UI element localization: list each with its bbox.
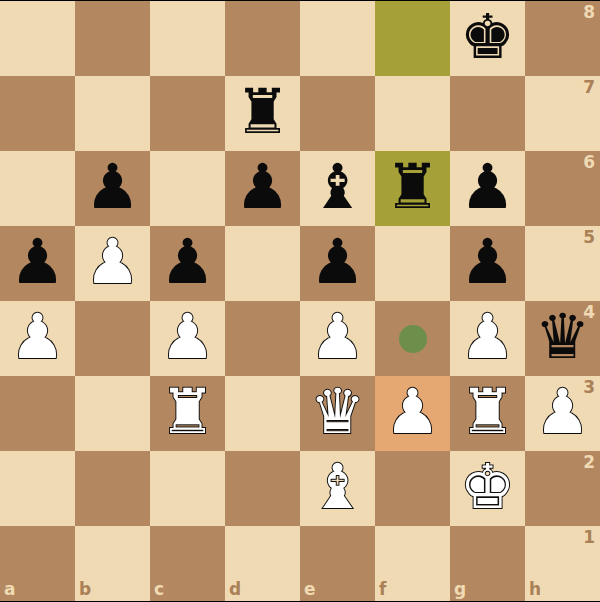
square-e1[interactable]: e <box>300 526 375 601</box>
piece-white-pawn[interactable]: ♟ <box>385 381 441 443</box>
square-e4[interactable]: ♟ <box>300 301 375 376</box>
piece-black-pawn[interactable]: ♟ <box>235 156 291 218</box>
square-c8[interactable] <box>150 1 225 76</box>
piece-white-pawn[interactable]: ♟ <box>460 306 516 368</box>
square-a3[interactable] <box>0 376 75 451</box>
piece-black-king[interactable]: ♚ <box>460 6 516 68</box>
square-h6[interactable]: 6 <box>525 151 600 226</box>
piece-black-rook[interactable]: ♜ <box>385 156 441 218</box>
square-a6[interactable] <box>0 151 75 226</box>
square-f8[interactable] <box>375 1 450 76</box>
file-label-f: f <box>379 581 386 598</box>
rank-label-1: 1 <box>583 529 595 546</box>
square-d8[interactable] <box>225 1 300 76</box>
square-g4[interactable]: ♟ <box>450 301 525 376</box>
rank-label-6: 6 <box>583 154 595 171</box>
rank-label-5: 5 <box>583 229 595 246</box>
piece-white-rook[interactable]: ♜ <box>460 381 516 443</box>
square-h5[interactable]: 5 <box>525 226 600 301</box>
piece-black-pawn[interactable]: ♟ <box>10 231 66 293</box>
square-e7[interactable] <box>300 76 375 151</box>
square-b7[interactable] <box>75 76 150 151</box>
square-b5[interactable]: ♟ <box>75 226 150 301</box>
square-f3[interactable]: ♟ <box>375 376 450 451</box>
file-label-d: d <box>229 581 241 598</box>
square-g5[interactable]: ♟ <box>450 226 525 301</box>
piece-white-pawn[interactable]: ♟ <box>85 231 141 293</box>
chess-board: ♚8♜7♟♟♝♜♟6♟♟♟♟♟5♟♟♟♟♛4♜♛♟♜♟3♝♚2abcdefgh1 <box>0 1 600 601</box>
piece-black-pawn[interactable]: ♟ <box>160 231 216 293</box>
piece-black-rook[interactable]: ♜ <box>235 81 291 143</box>
piece-white-pawn[interactable]: ♟ <box>535 381 591 443</box>
square-e8[interactable] <box>300 1 375 76</box>
piece-white-queen[interactable]: ♛ <box>310 381 366 443</box>
square-h4[interactable]: ♛4 <box>525 301 600 376</box>
square-g6[interactable]: ♟ <box>450 151 525 226</box>
piece-white-pawn[interactable]: ♟ <box>310 306 366 368</box>
square-c1[interactable]: c <box>150 526 225 601</box>
square-c5[interactable]: ♟ <box>150 226 225 301</box>
square-b4[interactable] <box>75 301 150 376</box>
square-d2[interactable] <box>225 451 300 526</box>
piece-black-queen[interactable]: ♛ <box>535 306 591 368</box>
file-label-h: h <box>529 581 541 598</box>
square-f5[interactable] <box>375 226 450 301</box>
square-c7[interactable] <box>150 76 225 151</box>
square-c3[interactable]: ♜ <box>150 376 225 451</box>
square-g8[interactable]: ♚ <box>450 1 525 76</box>
piece-white-bishop[interactable]: ♝ <box>310 456 366 518</box>
square-e5[interactable]: ♟ <box>300 226 375 301</box>
piece-white-pawn[interactable]: ♟ <box>160 306 216 368</box>
square-d3[interactable] <box>225 376 300 451</box>
square-e2[interactable]: ♝ <box>300 451 375 526</box>
square-g7[interactable] <box>450 76 525 151</box>
square-a2[interactable] <box>0 451 75 526</box>
square-b6[interactable]: ♟ <box>75 151 150 226</box>
square-a4[interactable]: ♟ <box>0 301 75 376</box>
square-a1[interactable]: a <box>0 526 75 601</box>
square-h8[interactable]: 8 <box>525 1 600 76</box>
square-f1[interactable]: f <box>375 526 450 601</box>
piece-white-rook[interactable]: ♜ <box>160 381 216 443</box>
square-e6[interactable]: ♝ <box>300 151 375 226</box>
square-b1[interactable]: b <box>75 526 150 601</box>
square-h7[interactable]: 7 <box>525 76 600 151</box>
piece-black-pawn[interactable]: ♟ <box>85 156 141 218</box>
piece-white-pawn[interactable]: ♟ <box>10 306 66 368</box>
file-label-c: c <box>154 581 164 598</box>
square-c4[interactable]: ♟ <box>150 301 225 376</box>
square-h1[interactable]: h1 <box>525 526 600 601</box>
square-a5[interactable]: ♟ <box>0 226 75 301</box>
square-f2[interactable] <box>375 451 450 526</box>
square-e3[interactable]: ♛ <box>300 376 375 451</box>
square-h2[interactable]: 2 <box>525 451 600 526</box>
square-g3[interactable]: ♜ <box>450 376 525 451</box>
rank-label-7: 7 <box>583 79 595 96</box>
square-f7[interactable] <box>375 76 450 151</box>
chess-app-window: ♚8♜7♟♟♝♜♟6♟♟♟♟♟5♟♟♟♟♛4♜♛♟♜♟3♝♚2abcdefgh1 <box>0 0 600 602</box>
piece-black-bishop[interactable]: ♝ <box>310 156 366 218</box>
square-a8[interactable] <box>0 1 75 76</box>
file-label-e: e <box>304 581 316 598</box>
piece-black-pawn[interactable]: ♟ <box>460 156 516 218</box>
square-b8[interactable] <box>75 1 150 76</box>
rank-label-3: 3 <box>583 379 595 396</box>
piece-black-pawn[interactable]: ♟ <box>310 231 366 293</box>
square-c6[interactable] <box>150 151 225 226</box>
file-label-a: a <box>4 581 15 598</box>
rank-label-8: 8 <box>583 4 595 21</box>
rank-label-2: 2 <box>583 454 595 471</box>
file-label-g: g <box>454 581 466 598</box>
square-d5[interactable] <box>225 226 300 301</box>
square-d6[interactable]: ♟ <box>225 151 300 226</box>
square-f6[interactable]: ♜ <box>375 151 450 226</box>
square-h3[interactable]: ♟3 <box>525 376 600 451</box>
rank-label-4: 4 <box>583 304 595 321</box>
move-target-dot[interactable] <box>399 325 427 353</box>
square-d4[interactable] <box>225 301 300 376</box>
square-c2[interactable] <box>150 451 225 526</box>
square-d7[interactable]: ♜ <box>225 76 300 151</box>
piece-white-king[interactable]: ♚ <box>460 456 516 518</box>
file-label-b: b <box>79 581 91 598</box>
square-b3[interactable] <box>75 376 150 451</box>
square-d1[interactable]: d <box>225 526 300 601</box>
square-a7[interactable] <box>0 76 75 151</box>
square-b2[interactable] <box>75 451 150 526</box>
square-f4[interactable] <box>375 301 450 376</box>
piece-black-pawn[interactable]: ♟ <box>460 231 516 293</box>
square-g2[interactable]: ♚ <box>450 451 525 526</box>
square-g1[interactable]: g <box>450 526 525 601</box>
